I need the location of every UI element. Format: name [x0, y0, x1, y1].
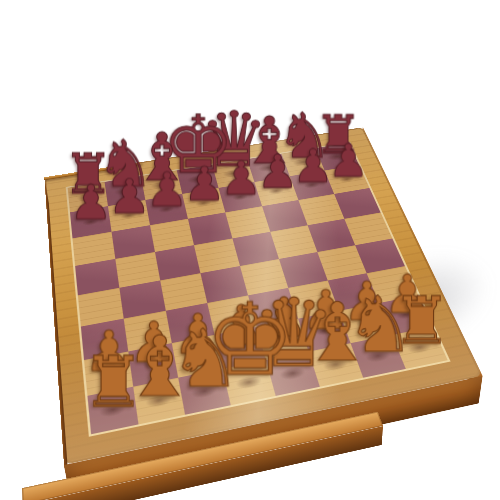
chess-photo-stage: ♜♞♝♚♛♝♞♜♟♟♟♟♟♟♟♟♟♟♟♟♟♟♟♟♜♝♞♚♛♝♞♜	[0, 0, 500, 500]
chess-board-box: ♜♞♝♚♛♝♞♜♟♟♟♟♟♟♟♟♟♟♟♟♟♟♟♟♜♝♞♚♛♝♞♜	[44, 127, 482, 465]
light-rook-glyph: ♜	[82, 349, 145, 415]
scene: ♜♞♝♚♛♝♞♜♟♟♟♟♟♟♟♟♟♟♟♟♟♟♟♟♜♝♞♚♛♝♞♜	[0, 0, 500, 500]
